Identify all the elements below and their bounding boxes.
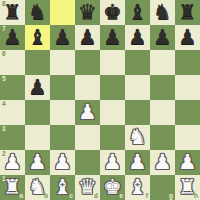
square-c8[interactable] bbox=[50, 0, 75, 25]
square-f6[interactable] bbox=[125, 50, 150, 75]
rank-label-8: 8 bbox=[2, 0, 6, 8]
chess-board-container: 8♜♞♛♚♝♞♜7♟♝♟♟♟♟♟♟65♟4♟3♞2♟♟♟♟♟♟♟1a♜b♞c♝d… bbox=[0, 0, 200, 200]
file-label-d: d bbox=[94, 192, 98, 200]
piece-black-king-e8[interactable]: ♚ bbox=[103, 0, 122, 25]
square-b4[interactable] bbox=[25, 100, 50, 125]
square-f3[interactable]: ♞ bbox=[125, 125, 150, 150]
square-f5[interactable] bbox=[125, 75, 150, 100]
square-g7[interactable]: ♟ bbox=[150, 25, 175, 50]
square-e1[interactable]: e♚ bbox=[100, 175, 125, 200]
square-c2[interactable]: ♟ bbox=[50, 150, 75, 175]
square-d6[interactable] bbox=[75, 50, 100, 75]
square-e6[interactable] bbox=[100, 50, 125, 75]
piece-black-bishop-b7[interactable]: ♝ bbox=[28, 25, 47, 50]
rank-label-1: 1 bbox=[2, 175, 6, 183]
square-c5[interactable] bbox=[50, 75, 75, 100]
square-d4[interactable]: ♟ bbox=[75, 100, 100, 125]
piece-white-pawn-h2[interactable]: ♟ bbox=[178, 150, 197, 175]
square-g2[interactable]: ♟ bbox=[150, 150, 175, 175]
piece-black-pawn-h7[interactable]: ♟ bbox=[178, 25, 197, 50]
square-e4[interactable] bbox=[100, 100, 125, 125]
square-b2[interactable]: ♟ bbox=[25, 150, 50, 175]
square-e5[interactable] bbox=[100, 75, 125, 100]
square-h2[interactable]: ♟ bbox=[175, 150, 200, 175]
square-a5[interactable]: 5 bbox=[0, 75, 25, 100]
piece-white-pawn-e2[interactable]: ♟ bbox=[103, 150, 122, 175]
square-g6[interactable] bbox=[150, 50, 175, 75]
rank-label-3: 3 bbox=[2, 125, 6, 133]
square-h3[interactable] bbox=[175, 125, 200, 150]
square-a4[interactable]: 4 bbox=[0, 100, 25, 125]
piece-white-pawn-c2[interactable]: ♟ bbox=[53, 150, 72, 175]
chess-board: 8♜♞♛♚♝♞♜7♟♝♟♟♟♟♟♟65♟4♟3♞2♟♟♟♟♟♟♟1a♜b♞c♝d… bbox=[0, 0, 200, 200]
piece-black-knight-b8[interactable]: ♞ bbox=[28, 0, 47, 25]
square-h5[interactable] bbox=[175, 75, 200, 100]
file-label-a: a bbox=[19, 192, 23, 200]
piece-white-pawn-g2[interactable]: ♟ bbox=[153, 150, 172, 175]
rank-label-6: 6 bbox=[2, 50, 6, 58]
piece-black-pawn-g7[interactable]: ♟ bbox=[153, 25, 172, 50]
file-label-g: g bbox=[169, 192, 173, 200]
file-label-f: f bbox=[146, 192, 148, 200]
square-e2[interactable]: ♟ bbox=[100, 150, 125, 175]
square-a6[interactable]: 6 bbox=[0, 50, 25, 75]
rank-label-4: 4 bbox=[2, 100, 6, 108]
piece-black-pawn-b5[interactable]: ♟ bbox=[28, 75, 47, 100]
square-d5[interactable] bbox=[75, 75, 100, 100]
square-f1[interactable]: f♝ bbox=[125, 175, 150, 200]
square-d2[interactable] bbox=[75, 150, 100, 175]
square-d8[interactable]: ♛ bbox=[75, 0, 100, 25]
piece-white-pawn-b2[interactable]: ♟ bbox=[28, 150, 47, 175]
piece-black-pawn-e7[interactable]: ♟ bbox=[103, 25, 122, 50]
file-label-e: e bbox=[119, 192, 123, 200]
square-h8[interactable]: ♜ bbox=[175, 0, 200, 25]
piece-white-pawn-f2[interactable]: ♟ bbox=[128, 150, 147, 175]
file-label-c: c bbox=[69, 192, 73, 200]
rank-label-2: 2 bbox=[2, 150, 6, 158]
square-c1[interactable]: c♝ bbox=[50, 175, 75, 200]
piece-white-bishop-f1[interactable]: ♝ bbox=[128, 175, 147, 200]
piece-black-pawn-c7[interactable]: ♟ bbox=[53, 25, 72, 50]
square-b3[interactable] bbox=[25, 125, 50, 150]
square-d1[interactable]: d♛ bbox=[75, 175, 100, 200]
piece-white-knight-f3[interactable]: ♞ bbox=[128, 125, 147, 150]
square-c4[interactable] bbox=[50, 100, 75, 125]
square-b8[interactable]: ♞ bbox=[25, 0, 50, 25]
piece-black-bishop-f8[interactable]: ♝ bbox=[128, 0, 147, 25]
square-a2[interactable]: 2♟ bbox=[0, 150, 25, 175]
rank-label-5: 5 bbox=[2, 75, 6, 83]
square-f7[interactable]: ♟ bbox=[125, 25, 150, 50]
square-h1[interactable]: h♜ bbox=[175, 175, 200, 200]
square-g1[interactable]: g bbox=[150, 175, 175, 200]
piece-white-pawn-d4[interactable]: ♟ bbox=[78, 100, 97, 125]
square-h7[interactable]: ♟ bbox=[175, 25, 200, 50]
square-f2[interactable]: ♟ bbox=[125, 150, 150, 175]
piece-black-queen-d8[interactable]: ♛ bbox=[78, 0, 97, 25]
square-e8[interactable]: ♚ bbox=[100, 0, 125, 25]
file-label-b: b bbox=[44, 192, 48, 200]
square-d3[interactable] bbox=[75, 125, 100, 150]
file-label-h: h bbox=[194, 192, 198, 200]
piece-black-pawn-f7[interactable]: ♟ bbox=[128, 25, 147, 50]
square-g8[interactable]: ♞ bbox=[150, 0, 175, 25]
piece-black-knight-g8[interactable]: ♞ bbox=[153, 0, 172, 25]
square-h6[interactable] bbox=[175, 50, 200, 75]
square-c7[interactable]: ♟ bbox=[50, 25, 75, 50]
square-a3[interactable]: 3 bbox=[0, 125, 25, 150]
piece-black-rook-h8[interactable]: ♜ bbox=[178, 0, 197, 25]
square-c3[interactable] bbox=[50, 125, 75, 150]
square-a1[interactable]: 1a♜ bbox=[0, 175, 25, 200]
square-d7[interactable]: ♟ bbox=[75, 25, 100, 50]
square-b7[interactable]: ♝ bbox=[25, 25, 50, 50]
square-b5[interactable]: ♟ bbox=[25, 75, 50, 100]
square-b1[interactable]: b♞ bbox=[25, 175, 50, 200]
square-h4[interactable] bbox=[175, 100, 200, 125]
square-f4[interactable] bbox=[125, 100, 150, 125]
square-c6[interactable] bbox=[50, 50, 75, 75]
square-g4[interactable] bbox=[150, 100, 175, 125]
square-g5[interactable] bbox=[150, 75, 175, 100]
square-a8[interactable]: 8♜ bbox=[0, 0, 25, 25]
square-e7[interactable]: ♟ bbox=[100, 25, 125, 50]
square-g3[interactable] bbox=[150, 125, 175, 150]
square-a7[interactable]: 7♟ bbox=[0, 25, 25, 50]
rank-label-7: 7 bbox=[2, 25, 6, 33]
square-e3[interactable] bbox=[100, 125, 125, 150]
square-f8[interactable]: ♝ bbox=[125, 0, 150, 25]
square-b6[interactable] bbox=[25, 50, 50, 75]
piece-black-pawn-d7[interactable]: ♟ bbox=[78, 25, 97, 50]
